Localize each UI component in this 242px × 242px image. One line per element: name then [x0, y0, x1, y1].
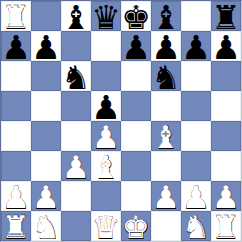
- piece-fill-layer: ♟: [212, 182, 240, 213]
- piece-fill-layer: ♟: [32, 182, 60, 213]
- piece-glyph: ♟: [1, 31, 31, 64]
- square-b4[interactable]: [31, 121, 61, 151]
- piece-white-knight[interactable]: ♞♘: [181, 211, 211, 241]
- square-f3[interactable]: [151, 151, 181, 181]
- piece-glyph: ♟: [121, 31, 151, 64]
- square-e6[interactable]: [121, 61, 151, 91]
- square-d3[interactable]: ♝♗: [91, 151, 121, 181]
- square-f5[interactable]: [151, 91, 181, 121]
- square-c3[interactable]: ♟♙: [61, 151, 91, 181]
- piece-fill-layer: ♛: [92, 212, 120, 242]
- square-g6[interactable]: [181, 61, 211, 91]
- square-a6[interactable]: [1, 61, 31, 91]
- piece-fill-layer: ♞: [182, 212, 210, 242]
- square-e3[interactable]: [121, 151, 151, 181]
- piece-fill-layer: ♟: [92, 122, 120, 153]
- piece-outline-layer: ♕: [91, 211, 121, 242]
- piece-white-king[interactable]: ♚♔: [121, 211, 151, 241]
- square-e1[interactable]: ♚♔: [121, 211, 151, 241]
- piece-glyph: ♟: [31, 31, 61, 64]
- piece-white-knight[interactable]: ♞♘: [31, 211, 61, 241]
- piece-fill-layer: ♟: [152, 182, 180, 213]
- square-h2[interactable]: ♟♙: [211, 181, 241, 211]
- piece-outline-layer: ♖: [1, 1, 31, 34]
- piece-white-queen[interactable]: ♛♕: [91, 211, 121, 241]
- square-b8[interactable]: [31, 1, 61, 31]
- piece-black-king[interactable]: ♚: [121, 1, 151, 31]
- piece-glyph: ♚: [121, 1, 151, 34]
- square-d1[interactable]: ♛♕: [91, 211, 121, 241]
- piece-fill-layer: ♞: [32, 212, 60, 242]
- piece-glyph: ♞: [151, 61, 181, 94]
- square-d6[interactable]: [91, 61, 121, 91]
- square-e5[interactable]: [121, 91, 151, 121]
- square-c1[interactable]: [61, 211, 91, 241]
- square-g2[interactable]: ♟♙: [181, 181, 211, 211]
- piece-black-pawn[interactable]: ♟: [121, 31, 151, 61]
- square-c7[interactable]: [61, 31, 91, 61]
- piece-black-knight[interactable]: ♞: [151, 61, 181, 91]
- square-e7[interactable]: ♟: [121, 31, 151, 61]
- piece-glyph: ♟: [91, 91, 121, 124]
- piece-white-pawn[interactable]: ♟♙: [1, 181, 31, 211]
- piece-fill-layer: ♜: [2, 2, 30, 33]
- square-e2[interactable]: [121, 181, 151, 211]
- square-h4[interactable]: [211, 121, 241, 151]
- square-a3[interactable]: [1, 151, 31, 181]
- piece-outline-layer: ♖: [1, 211, 31, 242]
- square-c6[interactable]: ♞: [61, 61, 91, 91]
- piece-fill-layer: ♟: [62, 152, 90, 183]
- piece-outline-layer: ♖: [211, 211, 241, 242]
- square-b2[interactable]: ♟♙: [31, 181, 61, 211]
- piece-black-pawn[interactable]: ♟: [31, 31, 61, 61]
- piece-glyph: ♛: [91, 1, 121, 34]
- square-b1[interactable]: ♞♘: [31, 211, 61, 241]
- piece-white-rook[interactable]: ♜♖: [1, 1, 31, 31]
- square-a7[interactable]: ♟: [1, 31, 31, 61]
- piece-black-pawn[interactable]: ♟: [91, 91, 121, 121]
- square-c4[interactable]: [61, 121, 91, 151]
- piece-glyph: ♟: [181, 31, 211, 64]
- square-c8[interactable]: ♝: [61, 1, 91, 31]
- square-b5[interactable]: [31, 91, 61, 121]
- piece-white-pawn[interactable]: ♟♙: [61, 151, 91, 181]
- square-g5[interactable]: [181, 91, 211, 121]
- square-h3[interactable]: [211, 151, 241, 181]
- square-h6[interactable]: [211, 61, 241, 91]
- square-f7[interactable]: ♟: [151, 31, 181, 61]
- piece-black-queen[interactable]: ♛: [91, 1, 121, 31]
- piece-black-bishop[interactable]: ♝: [61, 1, 91, 31]
- piece-glyph: ♝: [61, 1, 91, 34]
- piece-fill-layer: ♜: [2, 212, 30, 242]
- piece-outline-layer: ♙: [31, 181, 61, 214]
- piece-outline-layer: ♔: [121, 211, 151, 242]
- square-g1[interactable]: ♞♘: [181, 211, 211, 241]
- square-d2[interactable]: [91, 181, 121, 211]
- square-c5[interactable]: [61, 91, 91, 121]
- square-h7[interactable]: ♟: [211, 31, 241, 61]
- square-h8[interactable]: ♜: [211, 1, 241, 31]
- piece-outline-layer: ♗: [151, 121, 181, 154]
- piece-glyph: ♜: [211, 1, 241, 34]
- piece-fill-layer: ♟: [182, 182, 210, 213]
- square-h1[interactable]: ♜♖: [211, 211, 241, 241]
- piece-outline-layer: ♙: [181, 181, 211, 214]
- piece-white-pawn[interactable]: ♟♙: [91, 121, 121, 151]
- piece-outline-layer: ♙: [91, 121, 121, 154]
- piece-white-pawn[interactable]: ♟♙: [181, 181, 211, 211]
- piece-white-bishop[interactable]: ♝♗: [91, 151, 121, 181]
- square-b7[interactable]: ♟: [31, 31, 61, 61]
- chess-board: ♜♖♝♛♚♝♜♟♟♟♟♟♟♞♞♟♟♙♝♗♟♙♝♗♟♙♟♙♟♙♟♙♟♙♜♖♞♘♛♕…: [0, 0, 242, 242]
- square-a1[interactable]: ♜♖: [1, 211, 31, 241]
- piece-white-pawn[interactable]: ♟♙: [211, 181, 241, 211]
- square-d8[interactable]: ♛: [91, 1, 121, 31]
- piece-outline-layer: ♙: [151, 181, 181, 214]
- piece-fill-layer: ♜: [212, 212, 240, 242]
- piece-glyph: ♝: [151, 1, 181, 34]
- square-f4[interactable]: ♝♗: [151, 121, 181, 151]
- square-b3[interactable]: [31, 151, 61, 181]
- piece-outline-layer: ♙: [211, 181, 241, 214]
- piece-outline-layer: ♘: [31, 211, 61, 242]
- square-d7[interactable]: [91, 31, 121, 61]
- square-f2[interactable]: ♟♙: [151, 181, 181, 211]
- square-d4[interactable]: ♟♙: [91, 121, 121, 151]
- piece-black-pawn[interactable]: ♟: [1, 31, 31, 61]
- piece-outline-layer: ♙: [61, 151, 91, 184]
- piece-white-pawn[interactable]: ♟♙: [31, 181, 61, 211]
- piece-white-rook[interactable]: ♜♖: [211, 211, 241, 241]
- square-g4[interactable]: [181, 121, 211, 151]
- square-f1[interactable]: [151, 211, 181, 241]
- piece-fill-layer: ♝: [152, 122, 180, 153]
- square-c2[interactable]: [61, 181, 91, 211]
- square-h5[interactable]: [211, 91, 241, 121]
- piece-black-pawn[interactable]: ♟: [181, 31, 211, 61]
- piece-fill-layer: ♟: [2, 182, 30, 213]
- square-g7[interactable]: ♟: [181, 31, 211, 61]
- piece-black-pawn[interactable]: ♟: [211, 31, 241, 61]
- square-f8[interactable]: ♝: [151, 1, 181, 31]
- square-b6[interactable]: [31, 61, 61, 91]
- square-e4[interactable]: [121, 121, 151, 151]
- square-d5[interactable]: ♟: [91, 91, 121, 121]
- piece-white-rook[interactable]: ♜♖: [1, 211, 31, 241]
- piece-white-bishop[interactable]: ♝♗: [151, 121, 181, 151]
- square-a4[interactable]: [1, 121, 31, 151]
- piece-outline-layer: ♙: [1, 181, 31, 214]
- piece-fill-layer: ♚: [122, 212, 150, 242]
- square-a8[interactable]: ♜♖: [1, 1, 31, 31]
- piece-outline-layer: ♘: [181, 211, 211, 242]
- piece-glyph: ♞: [61, 61, 91, 94]
- piece-glyph: ♟: [211, 31, 241, 64]
- piece-fill-layer: ♝: [92, 152, 120, 183]
- piece-black-rook[interactable]: ♜: [211, 1, 241, 31]
- piece-outline-layer: ♗: [91, 151, 121, 184]
- piece-black-knight[interactable]: ♞: [61, 61, 91, 91]
- square-g8[interactable]: [181, 1, 211, 31]
- piece-glyph: ♟: [151, 31, 181, 64]
- square-f6[interactable]: ♞: [151, 61, 181, 91]
- square-a2[interactable]: ♟♙: [1, 181, 31, 211]
- square-g3[interactable]: [181, 151, 211, 181]
- square-a5[interactable]: [1, 91, 31, 121]
- piece-black-bishop[interactable]: ♝: [151, 1, 181, 31]
- piece-white-pawn[interactable]: ♟♙: [151, 181, 181, 211]
- piece-black-pawn[interactable]: ♟: [151, 31, 181, 61]
- square-e8[interactable]: ♚: [121, 1, 151, 31]
